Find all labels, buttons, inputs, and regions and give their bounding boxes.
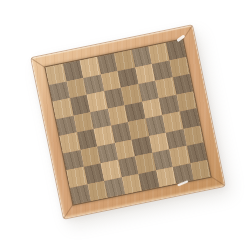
frame-mitre-seam-bottom-left <box>63 204 73 219</box>
frame-mitre-seam-bottom-right <box>210 176 225 186</box>
board-frame <box>31 25 224 218</box>
frame-mitre-seam-top-left <box>31 58 46 68</box>
square-h1[interactable] <box>190 159 211 180</box>
frame-mitre-seam-top-right <box>182 26 192 41</box>
playing-area <box>45 39 210 204</box>
photo-background <box>0 0 246 240</box>
